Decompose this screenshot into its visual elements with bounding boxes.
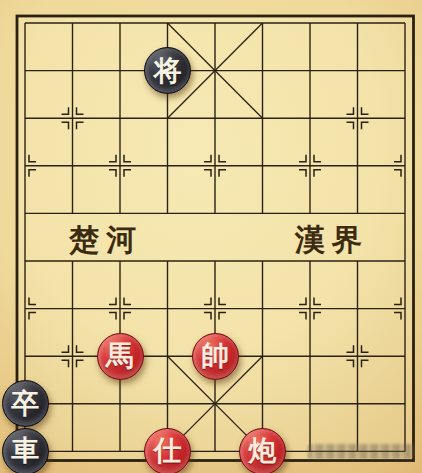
board-intersection[interactable] [191, 190, 239, 238]
piece-black-general[interactable]: 将 [144, 47, 191, 94]
piece-glyph: 将 [154, 57, 182, 85]
board-intersection[interactable] [286, 285, 334, 333]
board-intersection[interactable] [381, 190, 422, 238]
board-intersection[interactable] [96, 0, 144, 47]
board-intersection[interactable] [191, 237, 239, 285]
board-intersection[interactable] [49, 47, 97, 95]
board-intersection[interactable] [239, 142, 287, 190]
board-intersection[interactable] [144, 0, 192, 47]
board-intersection[interactable] [96, 237, 144, 285]
board-intersection[interactable] [381, 237, 422, 285]
board-intersection[interactable] [49, 142, 97, 190]
board-intersection[interactable] [49, 428, 97, 473]
board-intersection[interactable] [239, 0, 287, 47]
piece-red-cannon[interactable]: 炮 [239, 428, 286, 473]
board-intersection[interactable] [334, 380, 382, 428]
board-intersection[interactable] [49, 190, 97, 238]
board-intersection[interactable] [49, 380, 97, 428]
piece-red-horse[interactable]: 馬 [97, 333, 144, 380]
board-intersection[interactable] [239, 237, 287, 285]
board-intersection[interactable] [239, 285, 287, 333]
board-intersection[interactable] [286, 142, 334, 190]
board-intersection[interactable] [1, 332, 49, 380]
board-intersection[interactable] [334, 332, 382, 380]
board-intersection[interactable] [144, 237, 192, 285]
board-intersection[interactable] [239, 94, 287, 142]
board-intersection[interactable] [286, 190, 334, 238]
board-intersection[interactable] [49, 237, 97, 285]
board-intersection[interactable] [381, 0, 422, 47]
board-intersection[interactable] [144, 94, 192, 142]
board-intersection[interactable] [334, 142, 382, 190]
piece-glyph: 車 [11, 437, 39, 465]
board-intersection[interactable] [1, 142, 49, 190]
board-intersection[interactable]: 馬 [96, 332, 144, 380]
board-intersection[interactable] [1, 94, 49, 142]
board-intersection[interactable] [96, 142, 144, 190]
board-intersection[interactable] [144, 285, 192, 333]
board-intersection[interactable] [286, 380, 334, 428]
board-intersection[interactable] [144, 332, 192, 380]
piece-glyph: 炮 [249, 437, 277, 465]
board-intersection[interactable] [334, 94, 382, 142]
xiangqi-app: 楚河 漢界 将馬帥卒車仕炮 [0, 0, 422, 473]
board-intersection[interactable] [144, 142, 192, 190]
board-intersection[interactable]: 卒 [1, 380, 49, 428]
board-intersection[interactable] [191, 47, 239, 95]
piece-red-general[interactable]: 帥 [192, 333, 239, 380]
piece-black-soldier[interactable]: 卒 [2, 380, 49, 427]
board-intersection[interactable] [96, 428, 144, 473]
board-intersection[interactable]: 仕 [144, 428, 192, 473]
board-intersection[interactable] [334, 0, 382, 47]
board-intersection[interactable] [96, 190, 144, 238]
piece-black-chariot[interactable]: 車 [2, 428, 49, 473]
board-intersection[interactable] [1, 0, 49, 47]
board-intersection[interactable]: 車 [1, 428, 49, 473]
board-intersection[interactable] [191, 428, 239, 473]
watermark [308, 444, 414, 459]
board-intersection[interactable] [286, 47, 334, 95]
board-intersection[interactable] [334, 237, 382, 285]
board-intersection[interactable] [1, 47, 49, 95]
board-intersection[interactable] [286, 0, 334, 47]
board-intersection[interactable] [96, 94, 144, 142]
board-intersection[interactable] [334, 190, 382, 238]
board-intersection[interactable] [1, 237, 49, 285]
board-intersection[interactable] [144, 380, 192, 428]
board-intersection[interactable] [96, 47, 144, 95]
board-intersection[interactable] [286, 332, 334, 380]
piece-glyph: 帥 [201, 342, 229, 370]
board-intersection[interactable]: 炮 [239, 428, 287, 473]
board-intersection[interactable] [334, 285, 382, 333]
board-intersection[interactable] [381, 332, 422, 380]
board-intersection[interactable] [381, 380, 422, 428]
board-intersection[interactable] [239, 332, 287, 380]
board-intersection[interactable] [49, 332, 97, 380]
board-intersection[interactable] [334, 47, 382, 95]
piece-glyph: 卒 [11, 390, 39, 418]
board-intersection[interactable] [144, 190, 192, 238]
piece-glyph: 仕 [154, 437, 182, 465]
board-intersection[interactable] [191, 94, 239, 142]
board-intersection[interactable] [286, 237, 334, 285]
board-intersection[interactable] [191, 285, 239, 333]
board-intersection[interactable] [1, 285, 49, 333]
board-intersection[interactable]: 帥 [191, 332, 239, 380]
board-intersection[interactable] [381, 285, 422, 333]
piece-glyph: 馬 [106, 342, 134, 370]
board-intersection[interactable] [239, 380, 287, 428]
board-intersection[interactable] [191, 142, 239, 190]
board-intersection[interactable] [96, 285, 144, 333]
board-intersection[interactable] [49, 0, 97, 47]
board-intersection[interactable] [286, 94, 334, 142]
board-intersection[interactable] [49, 94, 97, 142]
board-intersection[interactable]: 将 [144, 47, 192, 95]
board-intersection[interactable] [239, 47, 287, 95]
board-intersection[interactable] [381, 47, 422, 95]
board-intersection[interactable] [239, 190, 287, 238]
board-intersection[interactable] [381, 94, 422, 142]
board-intersection[interactable] [191, 380, 239, 428]
board-intersection[interactable] [96, 380, 144, 428]
board-intersection[interactable] [1, 190, 49, 238]
board-intersection[interactable] [49, 285, 97, 333]
board-grid: 将馬帥卒車仕炮 [1, 0, 422, 473]
board-intersection[interactable] [191, 0, 239, 47]
piece-red-advisor[interactable]: 仕 [144, 428, 191, 473]
board-intersection[interactable] [381, 142, 422, 190]
